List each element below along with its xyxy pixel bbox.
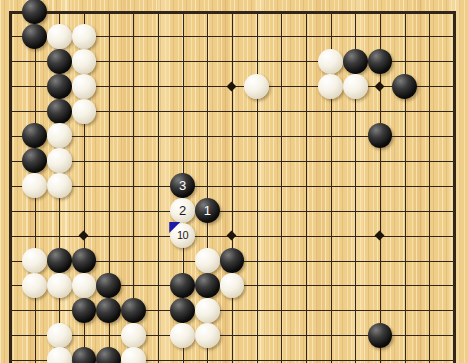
white-stone[interactable] — [72, 49, 97, 74]
board-intersections[interactable]: 32110 — [0, 0, 466, 363]
black-stone-move-3[interactable]: 3 — [170, 173, 195, 198]
white-stone[interactable] — [47, 347, 72, 363]
white-stone[interactable] — [22, 173, 47, 198]
white-stone[interactable] — [170, 323, 195, 348]
white-stone[interactable] — [72, 273, 97, 298]
black-stone[interactable] — [22, 24, 47, 49]
black-stone[interactable] — [368, 123, 393, 148]
black-stone[interactable] — [195, 273, 220, 298]
move-number-label: 3 — [179, 179, 186, 192]
white-stone[interactable] — [47, 148, 72, 173]
hoshi-star-point — [227, 231, 237, 241]
white-stone[interactable] — [47, 323, 72, 348]
black-stone[interactable] — [22, 148, 47, 173]
hoshi-star-point — [375, 231, 385, 241]
white-stone[interactable] — [72, 99, 97, 124]
black-stone-move-1[interactable]: 1 — [195, 198, 220, 223]
black-stone[interactable] — [121, 298, 146, 323]
white-stone[interactable] — [318, 49, 343, 74]
white-stone[interactable] — [47, 123, 72, 148]
white-stone[interactable] — [121, 347, 146, 363]
black-stone[interactable] — [96, 347, 121, 363]
black-stone[interactable] — [220, 248, 245, 273]
black-stone[interactable] — [343, 49, 368, 74]
black-stone[interactable] — [72, 248, 97, 273]
black-stone[interactable] — [96, 273, 121, 298]
black-stone[interactable] — [47, 74, 72, 99]
move-number-label: 10 — [177, 230, 188, 241]
black-stone[interactable] — [96, 298, 121, 323]
white-stone-move-2[interactable]: 2 — [170, 198, 195, 223]
white-stone[interactable] — [72, 24, 97, 49]
white-stone[interactable] — [72, 74, 97, 99]
white-stone[interactable] — [22, 273, 47, 298]
black-stone[interactable] — [22, 123, 47, 148]
white-stone[interactable] — [121, 323, 146, 348]
white-stone[interactable] — [195, 248, 220, 273]
white-stone-move-10[interactable]: 10 — [170, 223, 195, 248]
go-board[interactable]: 32110 — [0, 0, 468, 363]
black-stone[interactable] — [72, 347, 97, 363]
hoshi-star-point — [375, 81, 385, 91]
hoshi-star-point — [79, 231, 89, 241]
white-stone[interactable] — [318, 74, 343, 99]
black-stone[interactable] — [47, 49, 72, 74]
white-stone[interactable] — [47, 24, 72, 49]
white-stone[interactable] — [195, 323, 220, 348]
black-stone[interactable] — [170, 298, 195, 323]
move-number-label: 2 — [179, 204, 186, 217]
black-stone[interactable] — [368, 323, 393, 348]
black-stone[interactable] — [72, 298, 97, 323]
black-stone[interactable] — [47, 99, 72, 124]
white-stone[interactable] — [343, 74, 368, 99]
hoshi-star-point — [227, 81, 237, 91]
white-stone[interactable] — [244, 74, 269, 99]
white-stone[interactable] — [22, 248, 47, 273]
white-stone[interactable] — [47, 173, 72, 198]
black-stone[interactable] — [368, 49, 393, 74]
black-stone[interactable] — [392, 74, 417, 99]
white-stone[interactable] — [220, 273, 245, 298]
black-stone[interactable] — [47, 248, 72, 273]
white-stone[interactable] — [195, 298, 220, 323]
black-stone[interactable] — [22, 0, 47, 24]
move-number-label: 1 — [204, 204, 211, 217]
black-stone[interactable] — [170, 273, 195, 298]
white-stone[interactable] — [47, 273, 72, 298]
